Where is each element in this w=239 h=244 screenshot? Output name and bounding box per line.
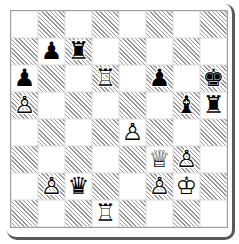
square-h4[interactable] [200,119,227,146]
square-g5[interactable]: ♝ [173,92,200,119]
square-e8[interactable] [119,11,146,38]
square-a5[interactable]: ♙ [11,92,38,119]
square-h2[interactable] [200,173,227,200]
white-queen-f3[interactable]: ♕ [149,146,171,173]
square-g1[interactable] [173,200,200,227]
square-h6[interactable]: ♚ [200,65,227,92]
square-b1[interactable] [38,200,65,227]
square-f1[interactable] [146,200,173,227]
square-g2[interactable]: ♔ [173,173,200,200]
square-f8[interactable] [146,11,173,38]
square-f6[interactable]: ♟ [146,65,173,92]
square-e2[interactable] [119,173,146,200]
square-e1[interactable] [119,200,146,227]
square-e5[interactable] [119,92,146,119]
square-h1[interactable] [200,200,227,227]
square-h7[interactable] [200,38,227,65]
square-e3[interactable] [119,146,146,173]
square-b8[interactable] [38,11,65,38]
white-pawn-g3[interactable]: ♙ [176,146,198,173]
white-pawn-e4[interactable]: ♙ [122,119,144,146]
square-g3[interactable]: ♙ [173,146,200,173]
square-h3[interactable] [200,146,227,173]
square-f3[interactable]: ♕ [146,146,173,173]
square-g7[interactable] [173,38,200,65]
square-c5[interactable] [65,92,92,119]
black-rook-c7[interactable]: ♜ [68,38,90,65]
square-c6[interactable] [65,65,92,92]
square-d1[interactable]: ♖ [92,200,119,227]
square-b5[interactable] [38,92,65,119]
white-king-g2[interactable]: ♔ [176,173,198,200]
chess-diagram-card: ♟♜♟♖♟♚♙♝♜♙♕♙♙♛♙♔♖ [0,0,239,244]
square-a3[interactable] [11,146,38,173]
square-d8[interactable] [92,11,119,38]
square-f7[interactable] [146,38,173,65]
square-e4[interactable]: ♙ [119,119,146,146]
white-rook-d6[interactable]: ♖ [95,65,117,92]
square-b2[interactable]: ♙ [38,173,65,200]
black-pawn-a6[interactable]: ♟ [14,65,36,92]
square-c1[interactable] [65,200,92,227]
square-e6[interactable] [119,65,146,92]
square-c2[interactable]: ♛ [65,173,92,200]
square-a2[interactable] [11,173,38,200]
square-c7[interactable]: ♜ [65,38,92,65]
square-d3[interactable] [92,146,119,173]
square-d7[interactable] [92,38,119,65]
white-pawn-f2[interactable]: ♙ [149,173,171,200]
square-c4[interactable] [65,119,92,146]
square-b4[interactable] [38,119,65,146]
white-pawn-b2[interactable]: ♙ [41,173,63,200]
square-b7[interactable]: ♟ [38,38,65,65]
square-g6[interactable] [173,65,200,92]
square-h8[interactable] [200,11,227,38]
white-rook-d1[interactable]: ♖ [95,200,117,227]
black-king-h6[interactable]: ♚ [203,65,225,92]
square-e7[interactable] [119,38,146,65]
square-c8[interactable] [65,11,92,38]
square-f2[interactable]: ♙ [146,173,173,200]
square-a8[interactable] [11,11,38,38]
black-bishop-g5[interactable]: ♝ [176,92,198,119]
square-g8[interactable] [173,11,200,38]
black-queen-c2[interactable]: ♛ [68,173,90,200]
chess-board[interactable]: ♟♜♟♖♟♚♙♝♜♙♕♙♙♛♙♔♖ [10,10,228,228]
square-d6[interactable]: ♖ [92,65,119,92]
black-pawn-f6[interactable]: ♟ [149,65,171,92]
square-h5[interactable]: ♜ [200,92,227,119]
black-pawn-b7[interactable]: ♟ [41,38,63,65]
square-f4[interactable] [146,119,173,146]
white-pawn-a5[interactable]: ♙ [14,92,36,119]
square-a1[interactable] [11,200,38,227]
square-d2[interactable] [92,173,119,200]
square-b6[interactable] [38,65,65,92]
square-b3[interactable] [38,146,65,173]
square-a7[interactable] [11,38,38,65]
square-a6[interactable]: ♟ [11,65,38,92]
square-d4[interactable] [92,119,119,146]
black-rook-h5[interactable]: ♜ [203,92,225,119]
square-f5[interactable] [146,92,173,119]
square-a4[interactable] [11,119,38,146]
square-c3[interactable] [65,146,92,173]
square-d5[interactable] [92,92,119,119]
square-g4[interactable] [173,119,200,146]
